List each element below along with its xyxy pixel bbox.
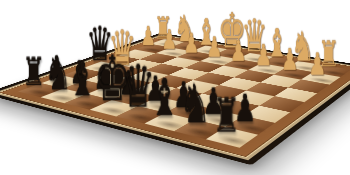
- piece-black-king-e8: ♚: [94, 47, 121, 109]
- piece-white-pawn-f2: ♟: [181, 29, 202, 56]
- board-molded-edge: ♜♞♝♚♛♝♞♜♟♟♟♟♟♟♟♟♛♛♟♟♟♟♟♟♟♟♜♞♝♚♛♝♞♜: [0, 33, 350, 165]
- piece-white-pawn-d2: ♟: [227, 37, 249, 66]
- piece-white-pawn-g2: ♟: [159, 26, 180, 53]
- piece-black-knight-b8: ♞: [179, 78, 208, 131]
- piece-white-pawn-c2: ♟: [252, 40, 274, 69]
- piece-white-pawn-h2: ♟: [138, 23, 158, 49]
- chess-board: ♜♞♝♚♛♝♞♜♟♟♟♟♟♟♟♟♛♛♟♟♟♟♟♟♟♟♜♞♝♚♛♝♞♜: [0, 33, 350, 165]
- board-walnut-frame: ♜♞♝♚♛♝♞♜♟♟♟♟♟♟♟♟♛♛♟♟♟♟♟♟♟♟♜♞♝♚♛♝♞♜: [0, 34, 350, 160]
- chess-set-product-photo: ♜♞♝♚♛♝♞♜♟♟♟♟♟♟♟♟♛♛♟♟♟♟♟♟♟♟♜♞♝♚♛♝♞♜: [0, 0, 350, 175]
- piece-black-queen-d8: ♛: [121, 58, 149, 116]
- piece-black-rook-a8: ♜: [211, 92, 241, 139]
- piece-black-bishop-c8: ♝: [149, 72, 177, 124]
- piece-black-knight-g8: ♞: [44, 51, 69, 97]
- piece-black-bishop-f8: ♝: [68, 56, 94, 103]
- piece-black-rook-h8: ♜: [21, 53, 46, 92]
- piece-white-pawn-b2: ♟: [278, 44, 301, 74]
- piece-white-pawn-e2: ♟: [204, 33, 225, 61]
- board-grid: ♜♞♝♚♛♝♞♜♟♟♟♟♟♟♟♟♛♛♟♟♟♟♟♟♟♟♜♞♝♚♛♝♞♜: [18, 39, 350, 148]
- piece-white-pawn-a2: ♟: [306, 49, 329, 80]
